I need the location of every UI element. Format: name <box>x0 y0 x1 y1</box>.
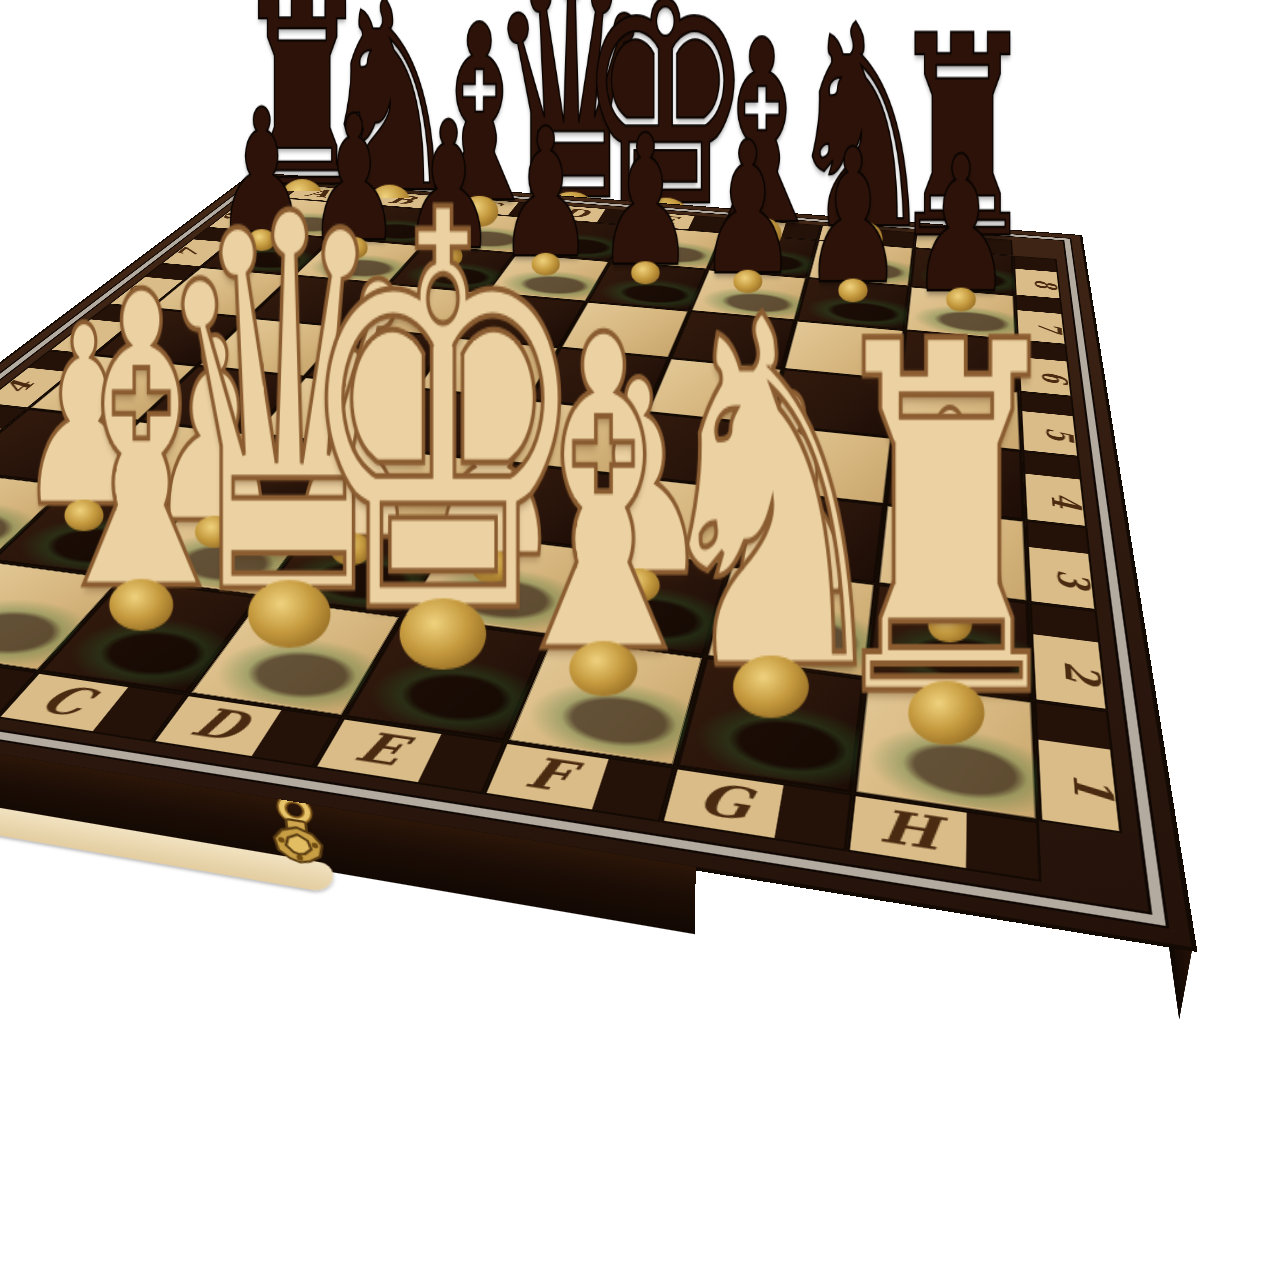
chess-set-photo: ♜♞♝♛♚♝♞♜♟♟♟♟♟♟♟♟♟♟♟♟♟♟♟♟♜♞♝♛♚♝♞♜ ABCDEFG… <box>0 0 1280 1280</box>
brass-hinge-icon <box>1142 696 1146 724</box>
chess-board: ♜♞♝♛♚♝♞♜♟♟♟♟♟♟♟♟♟♟♟♟♟♟♟♟♜♞♝♛♚♝♞♜ ABCDEFG… <box>0 173 1191 947</box>
piece-light-rook: ♜ <box>759 280 1133 763</box>
brass-clasp-icon <box>252 785 343 882</box>
